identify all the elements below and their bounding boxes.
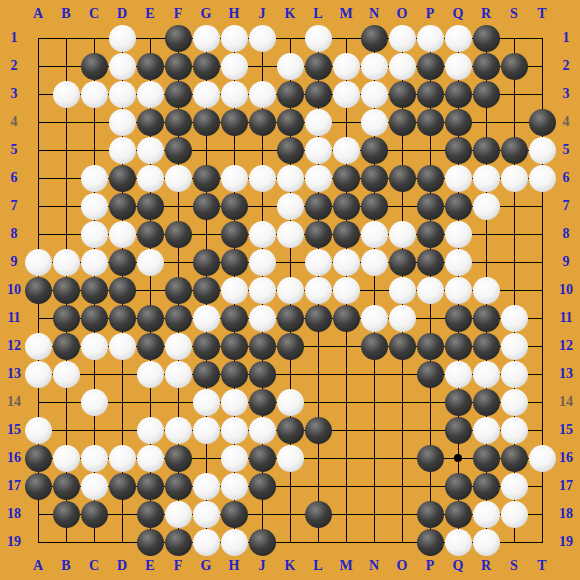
stone-black-K15[interactable] xyxy=(277,417,304,444)
row-label-right-5: 5 xyxy=(563,142,570,158)
stone-black-P6[interactable] xyxy=(417,165,444,192)
stone-white-C17[interactable] xyxy=(81,473,108,500)
stone-white-D5[interactable] xyxy=(109,137,136,164)
row-label-right-7: 7 xyxy=(563,198,570,214)
stone-black-R16[interactable] xyxy=(473,445,500,472)
stone-white-H3[interactable] xyxy=(221,81,248,108)
stone-black-L8[interactable] xyxy=(305,221,332,248)
stone-white-K7[interactable] xyxy=(277,193,304,220)
row-label-right-11: 11 xyxy=(559,310,572,326)
stone-white-N3[interactable] xyxy=(361,81,388,108)
stone-black-C18[interactable] xyxy=(81,501,108,528)
col-label-bottom-B: B xyxy=(61,558,70,574)
stone-black-N6[interactable] xyxy=(361,165,388,192)
stone-white-F18[interactable] xyxy=(165,501,192,528)
stone-white-R15[interactable] xyxy=(473,417,500,444)
stone-black-K11[interactable] xyxy=(277,305,304,332)
stone-white-K2[interactable] xyxy=(277,53,304,80)
stone-black-J17[interactable] xyxy=(249,473,276,500)
stone-black-H4[interactable] xyxy=(221,109,248,136)
row-label-left-9: 9 xyxy=(11,254,18,270)
stone-white-A15[interactable] xyxy=(25,417,52,444)
stone-black-G6[interactable] xyxy=(193,165,220,192)
row-label-left-3: 3 xyxy=(11,86,18,102)
stone-black-B11[interactable] xyxy=(53,305,80,332)
stone-white-P10[interactable] xyxy=(417,277,444,304)
stone-black-H8[interactable] xyxy=(221,221,248,248)
stone-white-N4[interactable] xyxy=(361,109,388,136)
stone-black-P16[interactable] xyxy=(417,445,444,472)
stone-white-J6[interactable] xyxy=(249,165,276,192)
stone-black-Q5[interactable] xyxy=(445,137,472,164)
stone-black-S16[interactable] xyxy=(501,445,528,472)
col-label-bottom-N: N xyxy=(369,558,379,574)
stone-white-E6[interactable] xyxy=(137,165,164,192)
stone-white-F12[interactable] xyxy=(165,333,192,360)
col-label-bottom-C: C xyxy=(89,558,99,574)
stone-black-D10[interactable] xyxy=(109,277,136,304)
stone-white-J10[interactable] xyxy=(249,277,276,304)
col-label-top-R: R xyxy=(481,6,491,22)
stone-black-J13[interactable] xyxy=(249,361,276,388)
stone-black-L2[interactable] xyxy=(305,53,332,80)
stone-black-N5[interactable] xyxy=(361,137,388,164)
stone-black-H18[interactable] xyxy=(221,501,248,528)
stone-black-E12[interactable] xyxy=(137,333,164,360)
stone-white-D16[interactable] xyxy=(109,445,136,472)
stone-white-L1[interactable] xyxy=(305,25,332,52)
stone-white-Q19[interactable] xyxy=(445,529,472,556)
stone-white-Q6[interactable] xyxy=(445,165,472,192)
row-label-left-14: 14 xyxy=(7,394,21,410)
stone-white-H2[interactable] xyxy=(221,53,248,80)
stone-black-O6[interactable] xyxy=(389,165,416,192)
stone-black-P3[interactable] xyxy=(417,81,444,108)
stone-black-R12[interactable] xyxy=(473,333,500,360)
col-label-top-A: A xyxy=(33,6,43,22)
stone-black-Q15[interactable] xyxy=(445,417,472,444)
row-label-left-13: 13 xyxy=(7,366,21,382)
stone-black-P19[interactable] xyxy=(417,529,444,556)
stone-black-D9[interactable] xyxy=(109,249,136,276)
row-label-left-5: 5 xyxy=(11,142,18,158)
stone-black-S5[interactable] xyxy=(501,137,528,164)
stone-white-A9[interactable] xyxy=(25,249,52,276)
stone-white-E3[interactable] xyxy=(137,81,164,108)
stone-black-E11[interactable] xyxy=(137,305,164,332)
col-label-top-S: S xyxy=(510,6,518,22)
stone-white-N11[interactable] xyxy=(361,305,388,332)
stone-white-K10[interactable] xyxy=(277,277,304,304)
stone-black-T4[interactable] xyxy=(529,109,556,136)
stone-white-A13[interactable] xyxy=(25,361,52,388)
stone-black-K12[interactable] xyxy=(277,333,304,360)
stone-black-Q7[interactable] xyxy=(445,193,472,220)
stone-white-F15[interactable] xyxy=(165,417,192,444)
row-label-left-7: 7 xyxy=(11,198,18,214)
stone-white-N2[interactable] xyxy=(361,53,388,80)
stone-white-O1[interactable] xyxy=(389,25,416,52)
stone-white-G18[interactable] xyxy=(193,501,220,528)
stone-black-C11[interactable] xyxy=(81,305,108,332)
stone-black-H9[interactable] xyxy=(221,249,248,276)
stone-white-T5[interactable] xyxy=(529,137,556,164)
stone-black-J19[interactable] xyxy=(249,529,276,556)
stone-white-C12[interactable] xyxy=(81,333,108,360)
stone-white-R6[interactable] xyxy=(473,165,500,192)
stone-white-O10[interactable] xyxy=(389,277,416,304)
stone-black-G7[interactable] xyxy=(193,193,220,220)
stone-black-O12[interactable] xyxy=(389,333,416,360)
stone-black-B12[interactable] xyxy=(53,333,80,360)
col-label-top-C: C xyxy=(89,6,99,22)
stone-white-R18[interactable] xyxy=(473,501,500,528)
stone-white-S15[interactable] xyxy=(501,417,528,444)
stone-white-E16[interactable] xyxy=(137,445,164,472)
row-label-left-11: 11 xyxy=(7,310,20,326)
stone-black-N12[interactable] xyxy=(361,333,388,360)
stone-black-E19[interactable] xyxy=(137,529,164,556)
stone-white-H19[interactable] xyxy=(221,529,248,556)
stone-black-F1[interactable] xyxy=(165,25,192,52)
col-label-bottom-G: G xyxy=(201,558,212,574)
col-label-bottom-T: T xyxy=(537,558,546,574)
stone-black-J16[interactable] xyxy=(249,445,276,472)
stone-black-H7[interactable] xyxy=(221,193,248,220)
stone-black-P7[interactable] xyxy=(417,193,444,220)
stone-black-A17[interactable] xyxy=(25,473,52,500)
stone-white-H16[interactable] xyxy=(221,445,248,472)
stone-white-O11[interactable] xyxy=(389,305,416,332)
stone-white-Q9[interactable] xyxy=(445,249,472,276)
stone-white-J8[interactable] xyxy=(249,221,276,248)
stone-black-H11[interactable] xyxy=(221,305,248,332)
stone-white-H15[interactable] xyxy=(221,417,248,444)
stone-black-Q11[interactable] xyxy=(445,305,472,332)
stone-white-G1[interactable] xyxy=(193,25,220,52)
stone-black-R3[interactable] xyxy=(473,81,500,108)
stone-black-E4[interactable] xyxy=(137,109,164,136)
stone-black-F16[interactable] xyxy=(165,445,192,472)
stone-black-G13[interactable] xyxy=(193,361,220,388)
stone-white-H10[interactable] xyxy=(221,277,248,304)
stone-black-R14[interactable] xyxy=(473,389,500,416)
stone-white-A12[interactable] xyxy=(25,333,52,360)
stone-white-C7[interactable] xyxy=(81,193,108,220)
row-label-left-16: 16 xyxy=(7,450,21,466)
stone-black-O9[interactable] xyxy=(389,249,416,276)
stone-black-F17[interactable] xyxy=(165,473,192,500)
stone-white-J3[interactable] xyxy=(249,81,276,108)
stone-black-F4[interactable] xyxy=(165,109,192,136)
stone-black-R1[interactable] xyxy=(473,25,500,52)
stone-black-N1[interactable] xyxy=(361,25,388,52)
stone-white-D3[interactable] xyxy=(109,81,136,108)
stone-white-O2[interactable] xyxy=(389,53,416,80)
stone-black-C10[interactable] xyxy=(81,277,108,304)
stone-black-J4[interactable] xyxy=(249,109,276,136)
stone-black-G12[interactable] xyxy=(193,333,220,360)
col-label-bottom-Q: Q xyxy=(453,558,464,574)
stone-white-N8[interactable] xyxy=(361,221,388,248)
star-point xyxy=(454,454,462,462)
stone-black-C2[interactable] xyxy=(81,53,108,80)
stone-white-D2[interactable] xyxy=(109,53,136,80)
stone-black-Q17[interactable] xyxy=(445,473,472,500)
stone-white-K6[interactable] xyxy=(277,165,304,192)
stone-black-M7[interactable] xyxy=(333,193,360,220)
stone-white-L9[interactable] xyxy=(305,249,332,276)
stone-black-M6[interactable] xyxy=(333,165,360,192)
col-label-top-G: G xyxy=(201,6,212,22)
stone-white-S11[interactable] xyxy=(501,305,528,332)
col-label-top-K: K xyxy=(285,6,296,22)
stone-black-A10[interactable] xyxy=(25,277,52,304)
stone-white-J15[interactable] xyxy=(249,417,276,444)
stone-white-M3[interactable] xyxy=(333,81,360,108)
stone-black-P8[interactable] xyxy=(417,221,444,248)
col-label-top-J: J xyxy=(259,6,266,22)
col-label-bottom-J: J xyxy=(259,558,266,574)
stone-black-R2[interactable] xyxy=(473,53,500,80)
stone-black-F5[interactable] xyxy=(165,137,192,164)
row-label-left-4: 4 xyxy=(11,114,18,130)
col-label-bottom-A: A xyxy=(33,558,43,574)
stone-black-P12[interactable] xyxy=(417,333,444,360)
stone-white-D1[interactable] xyxy=(109,25,136,52)
stone-black-P2[interactable] xyxy=(417,53,444,80)
stone-white-C9[interactable] xyxy=(81,249,108,276)
stone-white-P1[interactable] xyxy=(417,25,444,52)
stone-black-L3[interactable] xyxy=(305,81,332,108)
stone-black-P18[interactable] xyxy=(417,501,444,528)
stone-black-Q3[interactable] xyxy=(445,81,472,108)
stone-white-M2[interactable] xyxy=(333,53,360,80)
row-label-right-8: 8 xyxy=(563,226,570,242)
stone-black-L11[interactable] xyxy=(305,305,332,332)
row-label-left-19: 19 xyxy=(7,534,21,550)
stone-black-P13[interactable] xyxy=(417,361,444,388)
stone-black-F19[interactable] xyxy=(165,529,192,556)
stone-black-J12[interactable] xyxy=(249,333,276,360)
stone-white-N9[interactable] xyxy=(361,249,388,276)
col-label-top-T: T xyxy=(537,6,546,22)
stone-white-M9[interactable] xyxy=(333,249,360,276)
col-label-bottom-D: D xyxy=(117,558,127,574)
stone-white-F13[interactable] xyxy=(165,361,192,388)
row-label-left-1: 1 xyxy=(11,30,18,46)
stone-black-F3[interactable] xyxy=(165,81,192,108)
col-label-top-M: M xyxy=(339,6,352,22)
stone-white-C8[interactable] xyxy=(81,221,108,248)
row-label-right-18: 18 xyxy=(559,506,573,522)
go-board[interactable]: AABBCCDDEEFFGGHHJJKKLLMMNNOOPPQQRRSSTT11… xyxy=(0,0,580,580)
stone-white-B13[interactable] xyxy=(53,361,80,388)
row-label-left-18: 18 xyxy=(7,506,21,522)
stone-white-L10[interactable] xyxy=(305,277,332,304)
stone-black-J14[interactable] xyxy=(249,389,276,416)
stone-white-L5[interactable] xyxy=(305,137,332,164)
stone-white-E15[interactable] xyxy=(137,417,164,444)
stone-black-S2[interactable] xyxy=(501,53,528,80)
stone-black-Q18[interactable] xyxy=(445,501,472,528)
stone-black-K3[interactable] xyxy=(277,81,304,108)
stone-white-B9[interactable] xyxy=(53,249,80,276)
stone-black-P4[interactable] xyxy=(417,109,444,136)
stone-white-F6[interactable] xyxy=(165,165,192,192)
col-label-bottom-E: E xyxy=(145,558,154,574)
stone-white-H6[interactable] xyxy=(221,165,248,192)
stone-black-H12[interactable] xyxy=(221,333,248,360)
stone-black-L18[interactable] xyxy=(305,501,332,528)
stone-white-L6[interactable] xyxy=(305,165,332,192)
stone-black-N7[interactable] xyxy=(361,193,388,220)
stone-white-E9[interactable] xyxy=(137,249,164,276)
stone-black-D11[interactable] xyxy=(109,305,136,332)
stone-white-S17[interactable] xyxy=(501,473,528,500)
stone-white-H14[interactable] xyxy=(221,389,248,416)
stone-white-Q10[interactable] xyxy=(445,277,472,304)
stone-white-K8[interactable] xyxy=(277,221,304,248)
stone-black-Q4[interactable] xyxy=(445,109,472,136)
stone-white-R7[interactable] xyxy=(473,193,500,220)
stone-black-R11[interactable] xyxy=(473,305,500,332)
stone-black-B18[interactable] xyxy=(53,501,80,528)
stone-white-Q13[interactable] xyxy=(445,361,472,388)
row-label-right-10: 10 xyxy=(559,282,573,298)
stone-white-H1[interactable] xyxy=(221,25,248,52)
stone-white-C6[interactable] xyxy=(81,165,108,192)
stone-white-C3[interactable] xyxy=(81,81,108,108)
stone-white-S13[interactable] xyxy=(501,361,528,388)
stone-black-E7[interactable] xyxy=(137,193,164,220)
stone-white-B16[interactable] xyxy=(53,445,80,472)
stone-black-L7[interactable] xyxy=(305,193,332,220)
stone-black-G9[interactable] xyxy=(193,249,220,276)
row-label-left-12: 12 xyxy=(7,338,21,354)
stone-black-H13[interactable] xyxy=(221,361,248,388)
row-label-right-19: 19 xyxy=(559,534,573,550)
stone-white-M10[interactable] xyxy=(333,277,360,304)
stone-white-Q8[interactable] xyxy=(445,221,472,248)
stone-black-E18[interactable] xyxy=(137,501,164,528)
stone-white-K14[interactable] xyxy=(277,389,304,416)
stone-black-R17[interactable] xyxy=(473,473,500,500)
stone-white-R13[interactable] xyxy=(473,361,500,388)
stone-white-D12[interactable] xyxy=(109,333,136,360)
stone-white-R19[interactable] xyxy=(473,529,500,556)
stone-white-M5[interactable] xyxy=(333,137,360,164)
stone-black-E8[interactable] xyxy=(137,221,164,248)
stone-black-O4[interactable] xyxy=(389,109,416,136)
stone-black-R5[interactable] xyxy=(473,137,500,164)
stone-black-E2[interactable] xyxy=(137,53,164,80)
stone-black-B17[interactable] xyxy=(53,473,80,500)
stone-black-Q12[interactable] xyxy=(445,333,472,360)
stone-white-T16[interactable] xyxy=(529,445,556,472)
stone-black-E17[interactable] xyxy=(137,473,164,500)
stone-black-G10[interactable] xyxy=(193,277,220,304)
stone-white-G11[interactable] xyxy=(193,305,220,332)
row-label-right-2: 2 xyxy=(563,58,570,74)
stone-black-O3[interactable] xyxy=(389,81,416,108)
stone-black-K4[interactable] xyxy=(277,109,304,136)
stone-black-A16[interactable] xyxy=(25,445,52,472)
col-label-bottom-F: F xyxy=(174,558,183,574)
stone-black-M11[interactable] xyxy=(333,305,360,332)
stone-white-S12[interactable] xyxy=(501,333,528,360)
stone-white-G14[interactable] xyxy=(193,389,220,416)
row-label-right-13: 13 xyxy=(559,366,573,382)
stone-white-T6[interactable] xyxy=(529,165,556,192)
col-label-bottom-P: P xyxy=(426,558,435,574)
col-label-top-D: D xyxy=(117,6,127,22)
stone-white-Q2[interactable] xyxy=(445,53,472,80)
stone-black-P9[interactable] xyxy=(417,249,444,276)
stone-white-L4[interactable] xyxy=(305,109,332,136)
stone-black-L15[interactable] xyxy=(305,417,332,444)
stone-white-G19[interactable] xyxy=(193,529,220,556)
stone-white-J9[interactable] xyxy=(249,249,276,276)
stone-white-D4[interactable] xyxy=(109,109,136,136)
stone-white-O8[interactable] xyxy=(389,221,416,248)
stone-white-S6[interactable] xyxy=(501,165,528,192)
stone-white-C14[interactable] xyxy=(81,389,108,416)
stone-black-F2[interactable] xyxy=(165,53,192,80)
stone-black-F10[interactable] xyxy=(165,277,192,304)
row-label-left-8: 8 xyxy=(11,226,18,242)
stone-black-D6[interactable] xyxy=(109,165,136,192)
stone-white-B3[interactable] xyxy=(53,81,80,108)
col-label-bottom-O: O xyxy=(397,558,408,574)
stone-white-S18[interactable] xyxy=(501,501,528,528)
stone-black-D17[interactable] xyxy=(109,473,136,500)
stone-black-G2[interactable] xyxy=(193,53,220,80)
stone-black-D7[interactable] xyxy=(109,193,136,220)
stone-white-S14[interactable] xyxy=(501,389,528,416)
stone-black-Q14[interactable] xyxy=(445,389,472,416)
col-label-bottom-L: L xyxy=(313,558,322,574)
stone-black-K5[interactable] xyxy=(277,137,304,164)
stone-black-M8[interactable] xyxy=(333,221,360,248)
stone-white-K16[interactable] xyxy=(277,445,304,472)
stone-white-C16[interactable] xyxy=(81,445,108,472)
stone-white-Q1[interactable] xyxy=(445,25,472,52)
col-label-top-P: P xyxy=(426,6,435,22)
stone-white-H17[interactable] xyxy=(221,473,248,500)
stone-white-G15[interactable] xyxy=(193,417,220,444)
row-label-right-16: 16 xyxy=(559,450,573,466)
row-label-left-15: 15 xyxy=(7,422,21,438)
stone-white-R10[interactable] xyxy=(473,277,500,304)
col-label-bottom-R: R xyxy=(481,558,491,574)
row-label-left-6: 6 xyxy=(11,170,18,186)
stone-black-B10[interactable] xyxy=(53,277,80,304)
stone-white-J1[interactable] xyxy=(249,25,276,52)
stone-black-F11[interactable] xyxy=(165,305,192,332)
stone-white-G3[interactable] xyxy=(193,81,220,108)
stone-white-E5[interactable] xyxy=(137,137,164,164)
row-label-right-15: 15 xyxy=(559,422,573,438)
stone-black-G4[interactable] xyxy=(193,109,220,136)
row-label-right-12: 12 xyxy=(559,338,573,354)
stone-black-F8[interactable] xyxy=(165,221,192,248)
stone-white-G17[interactable] xyxy=(193,473,220,500)
stone-white-D8[interactable] xyxy=(109,221,136,248)
col-label-top-F: F xyxy=(174,6,183,22)
stone-white-J11[interactable] xyxy=(249,305,276,332)
stone-white-E13[interactable] xyxy=(137,361,164,388)
